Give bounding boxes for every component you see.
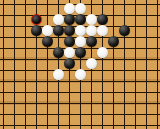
black-stone[interactable] [75,47,86,58]
white-stone[interactable] [86,58,97,69]
black-stone[interactable] [64,14,75,25]
black-stone[interactable] [53,25,64,36]
black-stone[interactable] [42,36,53,47]
black-stone[interactable] [97,14,108,25]
black-stone[interactable] [64,25,75,36]
black-stone[interactable] [31,25,42,36]
black-stone[interactable] [64,36,75,47]
black-stone[interactable] [53,47,64,58]
black-stone[interactable] [119,25,130,36]
white-stone[interactable] [75,36,86,47]
white-stone[interactable] [64,3,75,14]
white-stone[interactable] [53,14,64,25]
white-stone[interactable] [42,25,53,36]
marked-black-stone-last-move[interactable] [31,14,42,25]
white-stone[interactable] [86,14,97,25]
white-stone[interactable] [75,69,86,80]
white-stone[interactable] [75,25,86,36]
black-stone[interactable] [75,14,86,25]
white-stone[interactable] [64,47,75,58]
black-stone[interactable] [64,58,75,69]
white-stone[interactable] [97,47,108,58]
white-stone[interactable] [75,3,86,14]
white-stone[interactable] [86,25,97,36]
go-board[interactable] [0,0,160,129]
black-stone[interactable] [108,36,119,47]
black-stone[interactable] [86,36,97,47]
white-stone[interactable] [53,69,64,80]
white-stone[interactable] [97,25,108,36]
